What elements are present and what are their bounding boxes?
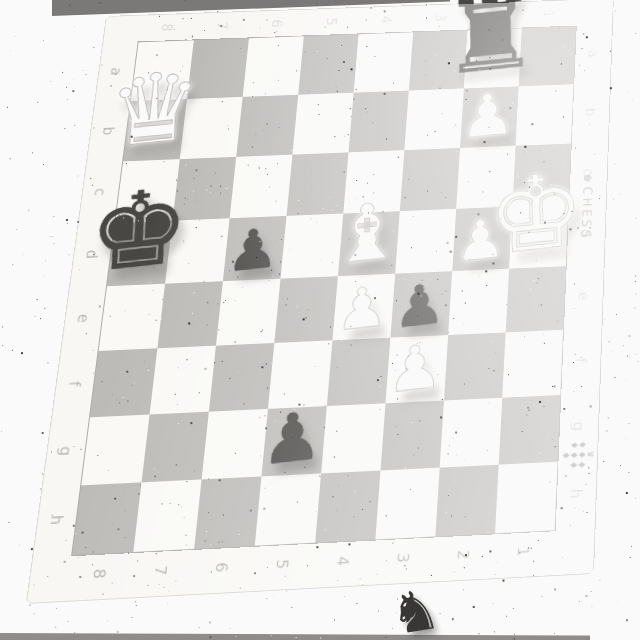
square-f8[interactable] <box>90 348 157 417</box>
square-h7[interactable] <box>133 479 201 552</box>
square-e2[interactable] <box>448 269 509 335</box>
square-g8[interactable] <box>81 414 149 485</box>
emblem-crown-icon: ♛ <box>586 440 594 470</box>
square-b2[interactable]: ♟ <box>460 86 519 148</box>
square-e3[interactable]: ♟ <box>390 271 452 338</box>
square-g1[interactable] <box>499 395 561 465</box>
square-a5[interactable] <box>298 34 358 94</box>
black-pawn-d6[interactable]: ♟ <box>226 220 279 280</box>
square-g5[interactable]: ♟ <box>261 406 326 476</box>
offboard-black-knight[interactable]: ♞ <box>386 580 444 640</box>
square-e7[interactable] <box>157 281 222 348</box>
square-f1[interactable] <box>502 330 563 398</box>
square-a4[interactable] <box>354 32 414 92</box>
white-pawn-e4[interactable]: ♟ <box>336 278 388 339</box>
square-g4[interactable] <box>321 403 385 473</box>
table-surface-bottom <box>0 630 590 640</box>
white-king-d1[interactable]: ♚ <box>487 157 587 270</box>
square-d4[interactable]: ♝ <box>338 211 400 276</box>
square-d8[interactable]: ♚ <box>107 221 172 287</box>
square-c3[interactable] <box>400 148 460 211</box>
square-b4[interactable] <box>349 91 409 153</box>
square-b1[interactable] <box>516 84 574 145</box>
square-b6[interactable] <box>236 95 298 157</box>
square-e6[interactable] <box>216 279 281 346</box>
photo-stage: 87654321 87654321 abcdefgh abcdefgh ♜♛♟♚… <box>0 0 640 640</box>
black-pawn-g5[interactable]: ♟ <box>261 402 323 475</box>
white-pawn-b2[interactable]: ♟ <box>459 84 515 147</box>
square-f7[interactable] <box>150 346 216 415</box>
white-queen-b8[interactable]: ♛ <box>104 57 203 162</box>
chess-board: ♜♛♟♚♟♝♟♚♟♟♟♟ <box>71 26 577 557</box>
square-b5[interactable] <box>292 93 353 155</box>
square-f4[interactable] <box>327 338 391 406</box>
square-g3[interactable] <box>380 400 443 470</box>
square-h5[interactable] <box>255 473 321 545</box>
square-e1[interactable] <box>506 266 566 332</box>
square-h2[interactable] <box>435 465 498 537</box>
square-e8[interactable] <box>99 284 165 351</box>
square-d6[interactable]: ♟ <box>223 216 287 281</box>
square-b8[interactable]: ♛ <box>123 99 187 161</box>
square-h6[interactable] <box>194 476 261 548</box>
square-d3[interactable] <box>395 209 456 274</box>
square-c6[interactable] <box>230 155 293 219</box>
square-f3[interactable]: ♟ <box>386 335 449 403</box>
square-g7[interactable] <box>142 412 209 483</box>
square-g2[interactable] <box>440 398 503 468</box>
square-e5[interactable] <box>274 276 338 343</box>
square-d1[interactable]: ♚ <box>509 204 568 269</box>
black-pawn-e3[interactable]: ♟ <box>394 276 446 337</box>
square-h4[interactable] <box>315 471 380 543</box>
square-e4[interactable]: ♟ <box>332 274 395 341</box>
square-a6[interactable] <box>243 36 304 97</box>
emblem-diamonds: ♦♦♦♦♦♦♦ <box>561 440 586 471</box>
white-bishop-d4[interactable]: ♝ <box>329 190 403 276</box>
square-h3[interactable] <box>375 468 439 540</box>
square-f2[interactable] <box>444 332 506 400</box>
square-g6[interactable] <box>202 409 268 480</box>
square-h8[interactable] <box>72 482 141 555</box>
square-f6[interactable] <box>209 343 274 412</box>
mat-emblem: ♛ ♦♦♦♦♦♦♦ <box>558 418 597 494</box>
chess-mat: 87654321 87654321 abcdefgh abcdefgh ♜♛♟♚… <box>26 0 614 604</box>
square-b3[interactable] <box>404 88 463 150</box>
black-king-d8[interactable]: ♚ <box>86 173 191 288</box>
black-rook-a2[interactable]: ♜ <box>441 0 542 90</box>
square-h1[interactable] <box>495 462 557 534</box>
white-pawn-f3[interactable]: ♟ <box>387 335 443 402</box>
